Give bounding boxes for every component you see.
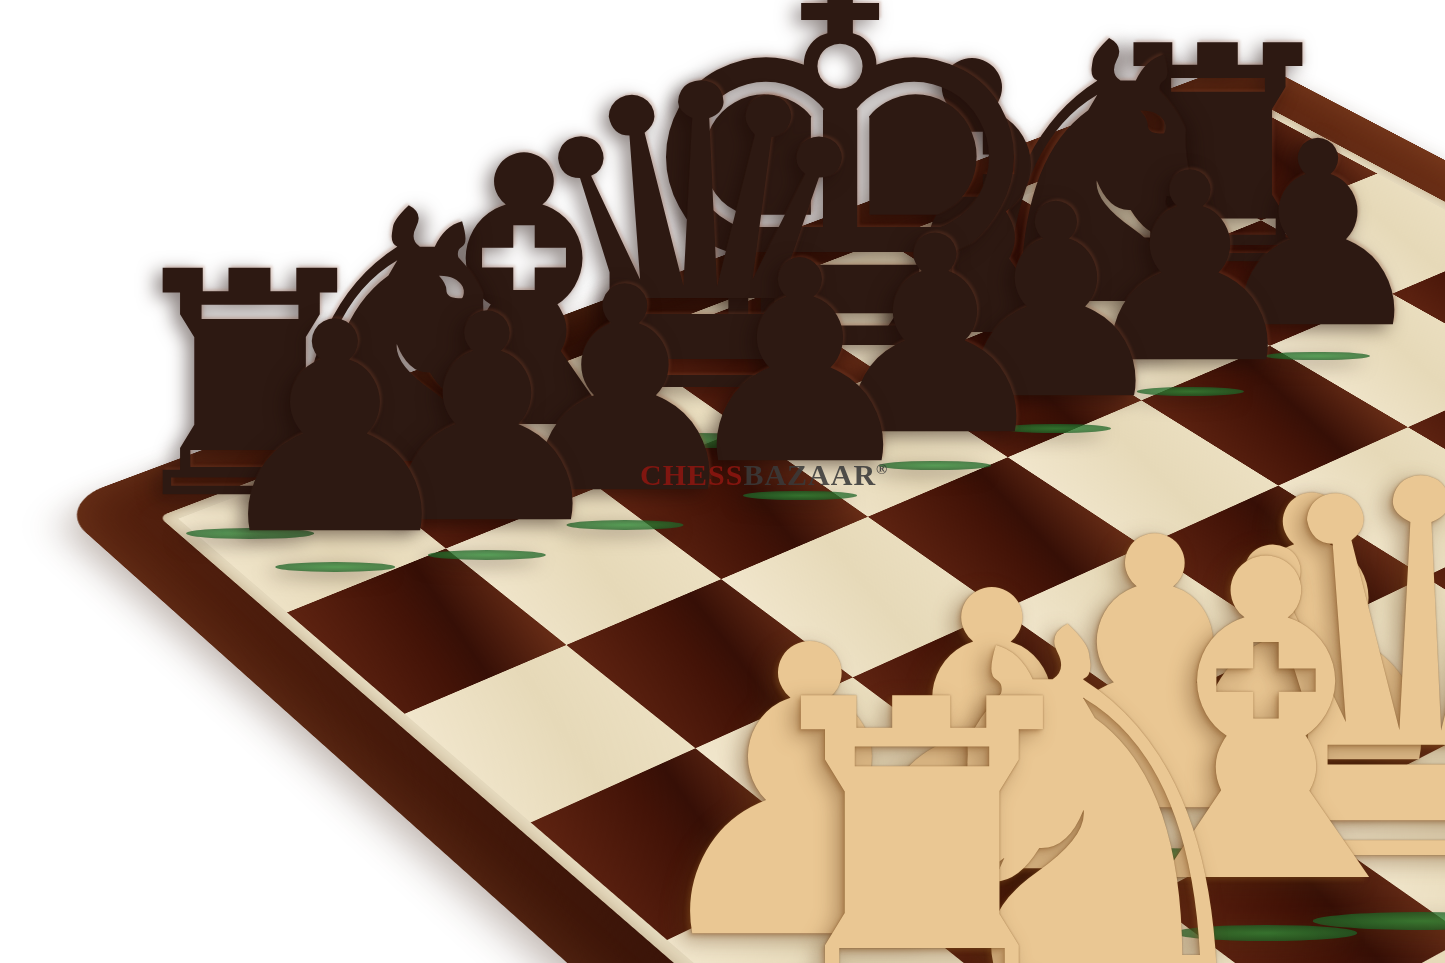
square-d5 bbox=[1001, 546, 1288, 711]
square-a5 bbox=[531, 748, 835, 940]
square-d8 bbox=[626, 295, 881, 429]
piece-white-queen-d1: ♛ bbox=[1187, 415, 1445, 935]
square-e6 bbox=[1007, 400, 1278, 546]
square-f7 bbox=[1013, 269, 1269, 400]
square-e8 bbox=[762, 246, 1013, 374]
watermark-chess-text: CHESS bbox=[640, 458, 743, 491]
square-e4 bbox=[1289, 577, 1445, 746]
piece-black-king-e8: ♚ bbox=[617, 0, 1063, 422]
registered-trademark-icon: ® bbox=[876, 461, 888, 477]
square-b8 bbox=[334, 402, 597, 548]
square-g7 bbox=[1140, 220, 1392, 345]
square-c7 bbox=[598, 429, 867, 579]
square-h8 bbox=[1138, 108, 1377, 221]
piece-white-rook-a1: ♜ bbox=[729, 645, 1115, 963]
piece-black-pawn-h7: ♟ bbox=[1204, 108, 1433, 363]
piece-black-rook-h8: ♜ bbox=[1084, 8, 1353, 308]
square-h7 bbox=[1261, 174, 1445, 294]
piece-white-knight-b1: ♞ bbox=[871, 570, 1292, 963]
square-d6 bbox=[867, 457, 1143, 610]
square-b5 bbox=[695, 677, 994, 859]
square-g8 bbox=[1018, 152, 1261, 270]
piece-white-pawn-c2: ♟ bbox=[987, 490, 1323, 865]
square-b3 bbox=[986, 898, 1313, 963]
product-photo: ♜♞♟♝♟♚♟♛♟♝♟♞♟♜♟♟♟♟♟♛♝♟♞♜ CHESSBAZAAR® bbox=[0, 0, 1445, 963]
square-d3 bbox=[1300, 745, 1445, 937]
piece-black-bishop-f8: ♝ bbox=[804, 15, 1140, 390]
square-c6 bbox=[720, 517, 1001, 678]
board-maple-trim bbox=[159, 100, 1445, 963]
square-f4 bbox=[1425, 514, 1445, 675]
piece-black-bishop-c8: ♝ bbox=[357, 110, 691, 482]
square-g6 bbox=[1269, 294, 1445, 428]
square-a7 bbox=[287, 549, 566, 714]
square-b7 bbox=[446, 487, 720, 644]
square-h6 bbox=[1392, 244, 1445, 372]
piece-white-pawn-a2: ♟ bbox=[631, 595, 990, 963]
square-a8 bbox=[178, 459, 446, 613]
piece-black-pawn-g7: ♟ bbox=[1073, 139, 1306, 399]
chess-board bbox=[55, 59, 1445, 963]
piece-black-pawn-b7: ♟ bbox=[359, 277, 615, 563]
square-g5 bbox=[1407, 372, 1445, 515]
piece-black-pawn-f7: ♟ bbox=[937, 170, 1175, 436]
piece-white-pawn-b2: ♟ bbox=[819, 543, 1164, 928]
watermark-bazaar-text: BAZAAR bbox=[743, 458, 876, 491]
piece-black-knight-g8: ♞ bbox=[937, 0, 1260, 357]
square-b4 bbox=[835, 783, 1147, 963]
square-d4 bbox=[1145, 642, 1445, 819]
board-grid bbox=[178, 108, 1445, 963]
square-f5 bbox=[1278, 427, 1445, 577]
square-f8 bbox=[893, 198, 1140, 321]
square-c5 bbox=[852, 610, 1145, 783]
square-c4 bbox=[994, 711, 1300, 898]
square-e5 bbox=[1143, 485, 1425, 642]
square-b6 bbox=[566, 579, 852, 748]
square-d7 bbox=[743, 374, 1008, 517]
piece-black-pawn-a7: ♟ bbox=[205, 285, 465, 575]
piece-white-pawn-d2: ♟ bbox=[1148, 450, 1445, 815]
watermark: CHESSBAZAAR® bbox=[640, 458, 888, 492]
piece-black-queen-d8: ♛ bbox=[512, 32, 889, 452]
square-c2 bbox=[1313, 937, 1445, 963]
piece-white-bishop-c1: ♝ bbox=[1069, 505, 1445, 945]
piece-black-knight-b8: ♞ bbox=[241, 165, 555, 515]
square-e7 bbox=[881, 320, 1141, 457]
piece-black-rook-a8: ♜ bbox=[111, 232, 389, 542]
square-f6 bbox=[1141, 346, 1407, 486]
square-c3 bbox=[1147, 820, 1445, 963]
square-a6 bbox=[404, 645, 695, 823]
square-a4 bbox=[667, 860, 986, 963]
piece-black-pawn-e7: ♟ bbox=[813, 201, 1057, 473]
